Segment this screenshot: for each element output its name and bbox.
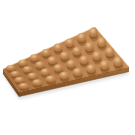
plate-graphic — [0, 0, 135, 135]
product-image — [0, 0, 135, 135]
